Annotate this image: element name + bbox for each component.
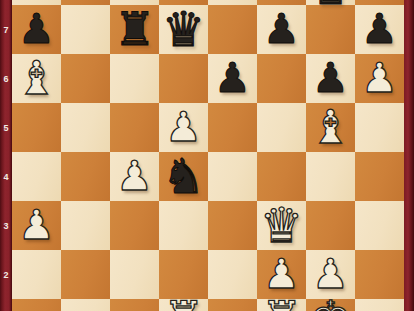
rank-label-6: 6 — [0, 74, 12, 84]
square-b7[interactable] — [61, 5, 110, 54]
piece-white-rook-f1[interactable]: ♜ — [257, 294, 306, 311]
piece-white-pawn-c4[interactable]: ♟ — [110, 152, 159, 201]
square-f6[interactable] — [257, 54, 306, 103]
square-e1[interactable] — [208, 299, 257, 311]
square-e3[interactable] — [208, 201, 257, 250]
piece-black-king-g8[interactable]: ♚ — [306, 0, 355, 12]
piece-black-knight-d4[interactable]: ♞ — [159, 152, 208, 201]
chess-board: ♚♟♜♛♟♟♝♟♟♟♟♝♟♞♟♛♟♟♜♜♚ — [12, 0, 404, 311]
square-c2[interactable] — [110, 250, 159, 299]
square-g4[interactable] — [306, 152, 355, 201]
square-a1[interactable] — [12, 299, 61, 311]
square-h5[interactable] — [355, 103, 404, 152]
square-g3[interactable] — [306, 201, 355, 250]
rank-label-2: 2 — [0, 270, 12, 280]
square-h2[interactable] — [355, 250, 404, 299]
piece-black-pawn-f7[interactable]: ♟ — [257, 5, 306, 54]
square-b5[interactable] — [61, 103, 110, 152]
rank-label-3: 3 — [0, 221, 12, 231]
piece-white-pawn-h6[interactable]: ♟ — [355, 54, 404, 103]
square-d3[interactable] — [159, 201, 208, 250]
square-b2[interactable] — [61, 250, 110, 299]
rank-label-5: 5 — [0, 123, 12, 133]
piece-black-rook-c7[interactable]: ♜ — [110, 5, 159, 54]
square-b4[interactable] — [61, 152, 110, 201]
square-a5[interactable] — [12, 103, 61, 152]
square-c5[interactable] — [110, 103, 159, 152]
piece-white-queen-f3[interactable]: ♛ — [257, 201, 306, 250]
square-b6[interactable] — [61, 54, 110, 103]
piece-black-pawn-e6[interactable]: ♟ — [208, 54, 257, 103]
piece-white-pawn-a3[interactable]: ♟ — [12, 201, 61, 250]
square-e2[interactable] — [208, 250, 257, 299]
rank-label-4: 4 — [0, 172, 12, 182]
square-a2[interactable] — [12, 250, 61, 299]
piece-black-queen-d7[interactable]: ♛ — [159, 5, 208, 54]
rank-label-7: 7 — [0, 25, 12, 35]
board-frame-right — [404, 0, 414, 311]
piece-black-pawn-h7[interactable]: ♟ — [355, 5, 404, 54]
square-h1[interactable] — [355, 299, 404, 311]
square-f4[interactable] — [257, 152, 306, 201]
square-c6[interactable] — [110, 54, 159, 103]
piece-white-rook-d1[interactable]: ♜ — [159, 294, 208, 311]
square-e5[interactable] — [208, 103, 257, 152]
square-c1[interactable] — [110, 299, 159, 311]
piece-black-pawn-g6[interactable]: ♟ — [306, 54, 355, 103]
square-h4[interactable] — [355, 152, 404, 201]
chess-position-screenshot: ♚♟♜♛♟♟♝♟♟♟♟♝♟♞♟♛♟♟♜♜♚ 765432 — [0, 0, 414, 311]
board-frame-left: 765432 — [0, 0, 12, 311]
square-e7[interactable] — [208, 5, 257, 54]
square-b3[interactable] — [61, 201, 110, 250]
square-c3[interactable] — [110, 201, 159, 250]
piece-white-bishop-a6[interactable]: ♝ — [12, 54, 61, 103]
square-f5[interactable] — [257, 103, 306, 152]
square-b1[interactable] — [61, 299, 110, 311]
square-e4[interactable] — [208, 152, 257, 201]
square-a4[interactable] — [12, 152, 61, 201]
piece-white-bishop-g5[interactable]: ♝ — [306, 103, 355, 152]
square-d6[interactable] — [159, 54, 208, 103]
piece-white-pawn-d5[interactable]: ♟ — [159, 103, 208, 152]
square-h3[interactable] — [355, 201, 404, 250]
piece-black-pawn-a7[interactable]: ♟ — [12, 5, 61, 54]
piece-white-king-g1[interactable]: ♚ — [306, 294, 355, 311]
